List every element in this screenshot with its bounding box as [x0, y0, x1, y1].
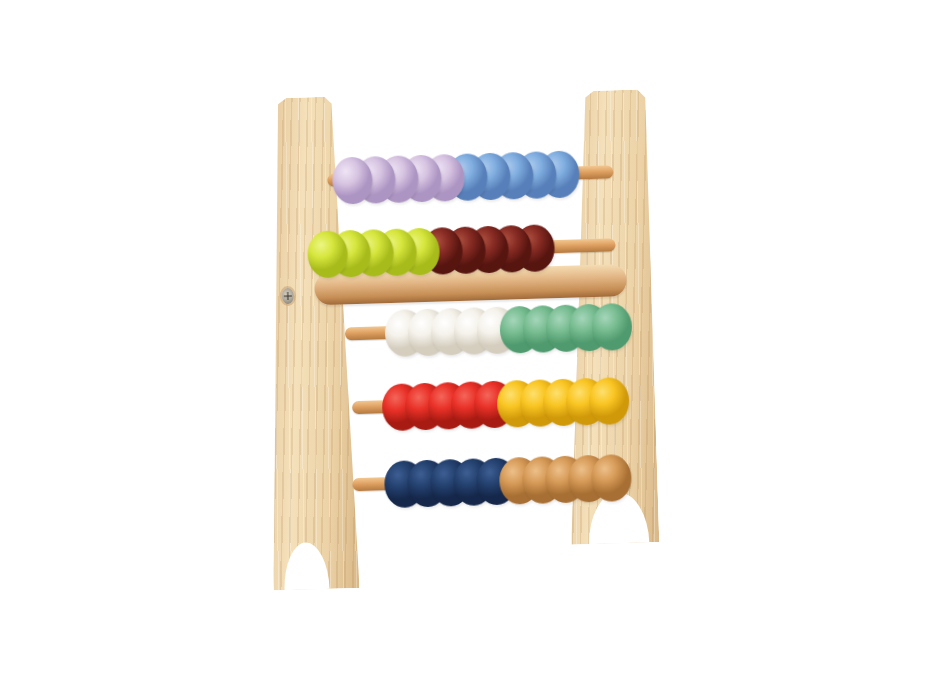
left-post-arch-notch — [283, 542, 331, 637]
right-post-arch-notch — [588, 491, 651, 595]
bead-row-2 — [307, 225, 538, 279]
product-photo-background — [0, 0, 928, 686]
bead-row-3 — [384, 303, 615, 357]
abacus — [251, 82, 666, 604]
bead-row-5 — [384, 454, 615, 508]
screw — [282, 288, 294, 304]
bead-row-1 — [332, 151, 563, 205]
bead-row-4 — [381, 377, 612, 431]
